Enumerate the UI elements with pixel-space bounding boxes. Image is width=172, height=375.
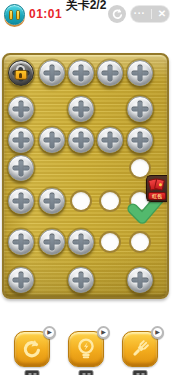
screw[interactable]: [68, 127, 94, 153]
screwdriver-icon: [129, 338, 151, 360]
board-cell: [126, 60, 153, 87]
board-cell: [67, 127, 94, 154]
red-packet-banner: 红包: [148, 192, 166, 200]
board-cell: [97, 60, 124, 87]
screw[interactable]: [8, 96, 34, 122]
more-button[interactable]: ···: [134, 9, 146, 19]
prop-toolbar: ▶ ▶ ▶: [0, 331, 172, 367]
screw[interactable]: [39, 60, 65, 86]
empty-hole: [101, 233, 119, 251]
board-cell: [7, 95, 34, 122]
board-cell: [38, 154, 65, 181]
red-envelope-icon: [154, 178, 165, 191]
screw[interactable]: [8, 188, 34, 214]
restart-button[interactable]: [108, 5, 126, 23]
board-cell: [38, 229, 65, 256]
board-cell: [38, 60, 65, 87]
board-cell: [7, 154, 34, 181]
prop-count-stub: [25, 370, 40, 375]
prop-count-stub: [133, 370, 148, 375]
board-cell: [97, 267, 124, 294]
empty-hole: [72, 192, 90, 210]
bulb-icon: [75, 337, 97, 361]
board-cell: [97, 154, 124, 181]
screw[interactable]: [8, 267, 34, 293]
board-cell: [7, 60, 34, 87]
screw[interactable]: [8, 155, 34, 181]
board-cell: [67, 229, 94, 256]
ad-play-badge: ▶: [151, 326, 164, 339]
screw[interactable]: [127, 96, 153, 122]
screw[interactable]: [68, 60, 94, 86]
screw[interactable]: [127, 127, 153, 153]
screw[interactable]: [39, 127, 65, 153]
screw[interactable]: [97, 127, 123, 153]
board-cell: [38, 127, 65, 154]
capsule-divider: [151, 9, 152, 19]
board-cell: [67, 267, 94, 294]
refresh-icon: [21, 338, 43, 360]
close-button[interactable]: ✕: [158, 9, 166, 19]
screw[interactable]: [97, 60, 123, 86]
board-cell: [67, 188, 94, 215]
board-cell: [97, 188, 124, 215]
board-cell: [38, 95, 65, 122]
locked-screw[interactable]: [8, 60, 34, 86]
board-cell: [126, 229, 153, 256]
board-cell: [97, 229, 124, 256]
board-cell: [7, 127, 34, 154]
screw[interactable]: [68, 267, 94, 293]
prop-tool: ▶: [122, 331, 158, 367]
screw[interactable]: [8, 229, 34, 255]
screw[interactable]: [39, 229, 65, 255]
board-grid: [4, 55, 154, 297]
board-cell: [97, 95, 124, 122]
screw[interactable]: [127, 60, 153, 86]
board-cell: [38, 188, 65, 215]
prop-undo: ▶: [14, 331, 50, 367]
board-cell: [126, 95, 153, 122]
lock-icon: [14, 65, 27, 80]
screw[interactable]: [68, 96, 94, 122]
empty-hole: [131, 233, 149, 251]
restart-icon: [111, 8, 124, 21]
board-cell: [126, 267, 153, 294]
empty-hole: [101, 192, 119, 210]
board-cell: [7, 229, 34, 256]
prop-count-stub: [79, 370, 94, 375]
board-cell: [7, 267, 34, 294]
screw[interactable]: [8, 127, 34, 153]
board-cell: [7, 188, 34, 215]
board-cell: [67, 154, 94, 181]
prop-hint: ▶: [68, 331, 104, 367]
board-cell: [67, 95, 94, 122]
board-cell: [38, 267, 65, 294]
board-cell: [67, 60, 94, 87]
board-cell: [97, 127, 124, 154]
ad-play-badge: ▶: [97, 326, 110, 339]
ad-play-badge: ▶: [43, 326, 56, 339]
wechat-capsule: ··· ✕: [130, 5, 170, 23]
screw[interactable]: [39, 188, 65, 214]
red-packet-badge[interactable]: 红包: [146, 175, 167, 202]
screw[interactable]: [68, 229, 94, 255]
top-bar: 01:01 关卡2/2 ··· ✕: [0, 0, 172, 30]
game-board: 红包: [2, 53, 169, 299]
screw[interactable]: [127, 267, 153, 293]
empty-hole: [131, 159, 149, 177]
board-cell: [126, 127, 153, 154]
